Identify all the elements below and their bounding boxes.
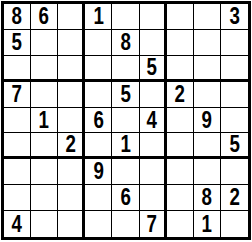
cell-r2c8[interactable] <box>194 30 221 56</box>
cell-r8c5[interactable]: 6 <box>112 185 139 211</box>
cell-digit: 8 <box>202 185 212 210</box>
cell-r3c8[interactable] <box>194 56 221 82</box>
cell-r3c5[interactable] <box>112 56 139 82</box>
cell-r1c9[interactable]: 3 <box>221 4 248 30</box>
cell-r6c4[interactable] <box>85 133 112 159</box>
cell-r2c2[interactable] <box>31 30 58 56</box>
cell-digit: 2 <box>65 133 75 157</box>
cell-digit: 1 <box>93 4 103 29</box>
cell-r4c5[interactable]: 5 <box>112 82 139 108</box>
cell-digit: 7 <box>12 82 22 107</box>
cell-r5c2[interactable]: 1 <box>31 108 58 134</box>
cell-r2c5[interactable]: 8 <box>112 30 139 56</box>
cell-r3c1[interactable] <box>4 56 31 82</box>
cell-r9c3[interactable] <box>58 211 85 237</box>
cell-r1c4[interactable]: 1 <box>85 4 112 30</box>
cell-digit: 9 <box>93 159 103 184</box>
cell-r5c5[interactable] <box>112 108 139 134</box>
cell-digit: 5 <box>120 82 130 107</box>
cell-r2c9[interactable] <box>221 30 248 56</box>
cell-r1c6[interactable] <box>140 4 167 30</box>
sudoku-board: 861358575216492159682471 <box>1 1 251 240</box>
cell-digit: 5 <box>146 56 156 80</box>
cell-r1c3[interactable] <box>58 4 85 30</box>
cell-r9c8[interactable]: 1 <box>194 211 221 237</box>
cell-r3c9[interactable] <box>221 56 248 82</box>
cell-digit: 6 <box>93 108 103 133</box>
cell-digit: 4 <box>12 212 22 237</box>
cell-r7c6[interactable] <box>140 159 167 185</box>
cell-r9c6[interactable]: 7 <box>140 211 167 237</box>
cell-r6c6[interactable] <box>140 133 167 159</box>
cell-r5c9[interactable] <box>221 108 248 134</box>
cell-r2c6[interactable] <box>140 30 167 56</box>
cell-r4c9[interactable] <box>221 82 248 108</box>
cell-digit: 2 <box>175 82 185 107</box>
cell-r9c4[interactable] <box>85 211 112 237</box>
cell-digit: 8 <box>120 30 130 55</box>
cell-r5c7[interactable] <box>167 108 194 134</box>
cell-r7c1[interactable] <box>4 159 31 185</box>
cell-digit: 8 <box>12 4 22 29</box>
cell-r6c7[interactable] <box>167 133 194 159</box>
cell-r9c9[interactable] <box>221 211 248 237</box>
cell-r6c5[interactable]: 1 <box>112 133 139 159</box>
cell-r8c8[interactable]: 8 <box>194 185 221 211</box>
cell-r5c8[interactable]: 9 <box>194 108 221 134</box>
cell-r7c4[interactable]: 9 <box>85 159 112 185</box>
cell-digit: 5 <box>229 133 239 157</box>
cell-r9c7[interactable] <box>167 211 194 237</box>
cell-r4c3[interactable] <box>58 82 85 108</box>
cell-digit: 4 <box>146 108 156 133</box>
cell-r1c5[interactable] <box>112 4 139 30</box>
cell-r8c7[interactable] <box>167 185 194 211</box>
cell-r3c7[interactable] <box>167 56 194 82</box>
cell-r5c3[interactable] <box>58 108 85 134</box>
cell-r1c7[interactable] <box>167 4 194 30</box>
cell-digit: 1 <box>120 133 130 157</box>
cell-r9c2[interactable] <box>31 211 58 237</box>
cell-r3c3[interactable] <box>58 56 85 82</box>
cell-r6c3[interactable]: 2 <box>58 133 85 159</box>
cell-r6c9[interactable]: 5 <box>221 133 248 159</box>
cell-r3c4[interactable] <box>85 56 112 82</box>
cell-r6c2[interactable] <box>31 133 58 159</box>
cell-r7c7[interactable] <box>167 159 194 185</box>
cell-digit: 9 <box>202 108 212 133</box>
cell-r4c6[interactable] <box>140 82 167 108</box>
cell-digit: 6 <box>120 185 130 210</box>
cell-r8c4[interactable] <box>85 185 112 211</box>
cell-r2c3[interactable] <box>58 30 85 56</box>
cell-digit: 3 <box>229 4 239 29</box>
cell-r9c5[interactable] <box>112 211 139 237</box>
cell-r7c9[interactable] <box>221 159 248 185</box>
cell-r8c6[interactable] <box>140 185 167 211</box>
cell-r2c1[interactable]: 5 <box>4 30 31 56</box>
sudoku-puzzle: 861358575216492159682471 <box>0 0 252 242</box>
cell-r4c4[interactable] <box>85 82 112 108</box>
cell-r7c8[interactable] <box>194 159 221 185</box>
cell-r8c1[interactable] <box>4 185 31 211</box>
cell-r9c1[interactable]: 4 <box>4 211 31 237</box>
cell-r6c8[interactable] <box>194 133 221 159</box>
cell-r5c4[interactable]: 6 <box>85 108 112 134</box>
cell-digit: 7 <box>146 212 156 237</box>
cell-digit: 1 <box>39 108 49 133</box>
cell-r8c2[interactable] <box>31 185 58 211</box>
cell-r4c8[interactable] <box>194 82 221 108</box>
cell-r1c2[interactable]: 6 <box>31 4 58 30</box>
cell-r3c2[interactable] <box>31 56 58 82</box>
cell-r1c1[interactable]: 8 <box>4 4 31 30</box>
cell-digit: 6 <box>39 4 49 29</box>
cell-r3c6[interactable]: 5 <box>140 56 167 82</box>
cell-r7c2[interactable] <box>31 159 58 185</box>
cell-r5c1[interactable] <box>4 108 31 134</box>
cell-r8c9[interactable]: 2 <box>221 185 248 211</box>
cell-r4c2[interactable] <box>31 82 58 108</box>
cell-r2c7[interactable] <box>167 30 194 56</box>
cell-digit: 2 <box>229 185 239 210</box>
cell-r4c1[interactable]: 7 <box>4 82 31 108</box>
cell-r2c4[interactable] <box>85 30 112 56</box>
cell-r6c1[interactable] <box>4 133 31 159</box>
cell-r4c7[interactable]: 2 <box>167 82 194 108</box>
cell-r7c5[interactable] <box>112 159 139 185</box>
cell-r5c6[interactable]: 4 <box>140 108 167 134</box>
cell-r7c3[interactable] <box>58 159 85 185</box>
cell-r8c3[interactable] <box>58 185 85 211</box>
cell-digit: 1 <box>202 212 212 237</box>
cell-digit: 5 <box>12 30 22 55</box>
cell-r1c8[interactable] <box>194 4 221 30</box>
